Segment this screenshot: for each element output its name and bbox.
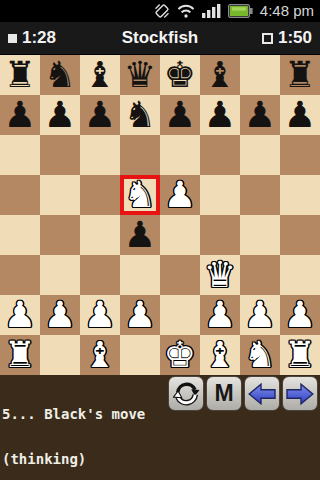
piece-wp-h2: ♟ [280,295,320,335]
piece-wb-f1: ♝ [200,335,240,375]
piece-bp-f7: ♟ [200,95,240,135]
square-f4[interactable] [200,215,240,255]
square-d5[interactable]: ♞ [120,175,160,215]
square-g2[interactable]: ♟ [240,295,280,335]
arrow-left-icon [248,383,276,405]
piece-bb-c8: ♝ [80,55,120,95]
square-c2[interactable]: ♟ [80,295,120,335]
square-b8[interactable]: ♞ [40,55,80,95]
square-g4[interactable] [240,215,280,255]
square-e2[interactable] [160,295,200,335]
square-e3[interactable] [160,255,200,295]
piece-br-h8: ♜ [280,55,320,95]
square-f1[interactable]: ♝ [200,335,240,375]
piece-br-a8: ♜ [0,55,40,95]
square-h5[interactable] [280,175,320,215]
square-a1[interactable]: ♜ [0,335,40,375]
square-h7[interactable]: ♟ [280,95,320,135]
white-clock: 1:50 [262,28,312,48]
square-f7[interactable]: ♟ [200,95,240,135]
square-a7[interactable]: ♟ [0,95,40,135]
piece-bk-e8: ♚ [160,55,200,95]
square-h4[interactable] [280,215,320,255]
square-d7[interactable]: ♞ [120,95,160,135]
white-clock-indicator-icon [262,33,273,44]
square-c8[interactable]: ♝ [80,55,120,95]
square-b7[interactable]: ♟ [40,95,80,135]
square-d4[interactable]: ♟ [120,215,160,255]
app-window: 4:48 pm 1:28 Stockfish 1:50 ♜♞♝♛♚♝♜♟♟♟♞♟… [0,0,320,480]
square-h1[interactable]: ♜ [280,335,320,375]
piece-bb-f8: ♝ [200,55,240,95]
piece-wq-f3: ♛ [200,255,240,295]
square-b5[interactable] [40,175,80,215]
piece-bp-g7: ♟ [240,95,280,135]
square-h6[interactable] [280,135,320,175]
square-a8[interactable]: ♜ [0,55,40,95]
piece-wr-h1: ♜ [280,335,320,375]
square-f8[interactable]: ♝ [200,55,240,95]
square-g8[interactable] [240,55,280,95]
square-e7[interactable]: ♟ [160,95,200,135]
piece-bp-c7: ♟ [80,95,120,135]
square-e1[interactable]: ♚ [160,335,200,375]
piece-wn-d5: ♞ [120,175,160,215]
arrow-right-icon [286,383,314,405]
square-e5[interactable]: ♟ [160,175,200,215]
vibrate-icon [154,3,170,19]
piece-wp-e5: ♟ [160,175,200,215]
status-bar: 4:48 pm [0,0,320,22]
square-d1[interactable] [120,335,160,375]
square-b2[interactable]: ♟ [40,295,80,335]
square-h8[interactable]: ♜ [280,55,320,95]
next-move-button[interactable] [282,376,318,411]
game-header: 1:28 Stockfish 1:50 [0,22,320,55]
square-f2[interactable]: ♟ [200,295,240,335]
piece-bn-b8: ♞ [40,55,80,95]
square-e4[interactable] [160,215,200,255]
piece-wb-c1: ♝ [80,335,120,375]
previous-move-button[interactable] [244,376,280,411]
black-clock-indicator-icon [8,34,17,43]
square-d3[interactable] [120,255,160,295]
square-c7[interactable]: ♟ [80,95,120,135]
square-a2[interactable]: ♟ [0,295,40,335]
piece-wp-f2: ♟ [200,295,240,335]
piece-wp-b2: ♟ [40,295,80,335]
piece-wn-g1: ♞ [240,335,280,375]
piece-bp-b7: ♟ [40,95,80,135]
square-c4[interactable] [80,215,120,255]
square-g7[interactable]: ♟ [240,95,280,135]
bottom-panel: M 5... Black's move [0,375,320,480]
signal-bars-icon [202,4,221,18]
square-b4[interactable] [40,215,80,255]
square-a5[interactable] [0,175,40,215]
square-h2[interactable]: ♟ [280,295,320,335]
square-e8[interactable]: ♚ [160,55,200,95]
battery-icon [228,4,253,18]
square-b6[interactable] [40,135,80,175]
square-e6[interactable] [160,135,200,175]
status-line-2: (thinking) [2,452,320,467]
square-h3[interactable] [280,255,320,295]
square-f6[interactable] [200,135,240,175]
piece-wp-a2: ♟ [0,295,40,335]
square-g1[interactable]: ♞ [240,335,280,375]
square-a3[interactable] [0,255,40,295]
square-b3[interactable] [40,255,80,295]
square-c6[interactable] [80,135,120,175]
piece-wp-d2: ♟ [120,295,160,335]
black-clock-time: 1:28 [22,28,56,48]
piece-bp-e7: ♟ [160,95,200,135]
square-c5[interactable] [80,175,120,215]
control-buttons: M [168,376,318,411]
square-b1[interactable] [40,335,80,375]
piece-wp-g2: ♟ [240,295,280,335]
piece-bn-d7: ♞ [120,95,160,135]
square-c3[interactable] [80,255,120,295]
square-c1[interactable]: ♝ [80,335,120,375]
flip-board-icon [173,380,200,407]
white-clock-time: 1:50 [278,28,312,48]
square-g6[interactable] [240,135,280,175]
piece-bp-h7: ♟ [280,95,320,135]
square-f3[interactable]: ♛ [200,255,240,295]
black-clock: 1:28 [8,28,56,48]
piece-bp-a7: ♟ [0,95,40,135]
square-a6[interactable] [0,135,40,175]
square-g5[interactable] [240,175,280,215]
flip-board-button[interactable] [168,376,204,411]
piece-wk-e1: ♚ [160,335,200,375]
moves-menu-label: M [214,382,233,405]
wifi-icon [177,4,195,18]
piece-bp-d4: ♟ [120,215,160,255]
square-g3[interactable] [240,255,280,295]
chess-board: ♜♞♝♛♚♝♜♟♟♟♞♟♟♟♟♞♟♟♛♟♟♟♟♟♟♟♜♝♚♝♞♜ [0,55,320,375]
square-a4[interactable] [0,215,40,255]
piece-bq-d8: ♛ [120,55,160,95]
clock-time: 4:48 pm [260,0,314,22]
square-d8[interactable]: ♛ [120,55,160,95]
square-d2[interactable]: ♟ [120,295,160,335]
piece-wp-c2: ♟ [80,295,120,335]
moves-menu-button[interactable]: M [206,376,242,411]
square-d6[interactable] [120,135,160,175]
square-f5[interactable] [200,175,240,215]
piece-wr-a1: ♜ [0,335,40,375]
